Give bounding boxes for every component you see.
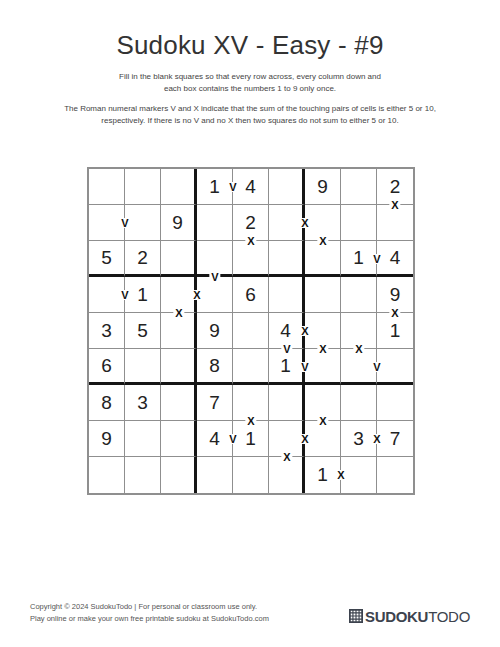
xv-marker-v: V bbox=[371, 254, 382, 264]
xv-marker-x: X bbox=[281, 452, 292, 462]
xv-marker-x: X bbox=[299, 434, 310, 444]
xv-marker-x: X bbox=[245, 236, 256, 246]
instructions-xv-rule: The Roman numeral markers V and X indica… bbox=[0, 103, 500, 127]
logo-text-sudoku: SUDOKU bbox=[365, 608, 428, 625]
grid-icon bbox=[349, 609, 363, 623]
xv-marker-x: X bbox=[317, 344, 328, 354]
instructions-xv-rule-line1: The Roman numeral markers V and X indica… bbox=[0, 103, 500, 115]
xv-marker-x: X bbox=[389, 200, 400, 210]
xv-marker-x: X bbox=[173, 308, 184, 318]
xv-marker-v: V bbox=[209, 272, 220, 282]
footer-line2: Play online or make your own free printa… bbox=[30, 613, 269, 625]
xv-marker-v: V bbox=[281, 344, 292, 354]
xv-marker-x: X bbox=[317, 236, 328, 246]
sudoku-board: 149292521416935941681837941371 VXVXXXVVV… bbox=[87, 167, 415, 495]
xv-marker-x: X bbox=[317, 416, 328, 426]
xv-marker-v: V bbox=[299, 362, 310, 372]
sudokutodo-logo: SUDOKUTODO bbox=[349, 606, 470, 626]
xv-marker-x: X bbox=[371, 434, 382, 444]
page-title: Sudoku XV - Easy - #9 bbox=[0, 30, 500, 61]
instructions-fill: Fill in the blank squares so that every … bbox=[0, 71, 500, 95]
instructions-fill-line2: each box contains the numbers 1 to 9 onl… bbox=[0, 83, 500, 95]
page: Sudoku XV - Easy - #9 Fill in the blank … bbox=[0, 0, 500, 647]
xv-marker-x: X bbox=[299, 218, 310, 228]
logo-text-todo: TODO bbox=[428, 608, 470, 625]
xv-marker-x: X bbox=[299, 326, 310, 336]
xv-marker-x: X bbox=[389, 308, 400, 318]
xv-marker-x: X bbox=[353, 344, 364, 354]
instructions-xv-rule-line2: respectively. If there is no V and no X … bbox=[0, 115, 500, 127]
xv-marker-x: X bbox=[245, 416, 256, 426]
footer-copyright: Copyright © 2024 SudokuTodo | For person… bbox=[30, 601, 269, 625]
xv-marker-x: X bbox=[335, 470, 346, 480]
footer-line1: Copyright © 2024 SudokuTodo | For person… bbox=[30, 601, 269, 613]
xv-marker-v: V bbox=[119, 290, 130, 300]
xv-marker-x: X bbox=[191, 290, 202, 300]
xv-marker-v: V bbox=[227, 434, 238, 444]
instructions-fill-line1: Fill in the blank squares so that every … bbox=[0, 71, 500, 83]
xv-marker-v: V bbox=[119, 218, 130, 228]
marker-layer: VXVXXXVVVXXXXVXXVVXXVXXXX bbox=[89, 169, 413, 493]
xv-marker-v: V bbox=[371, 362, 382, 372]
xv-marker-v: V bbox=[227, 182, 238, 192]
